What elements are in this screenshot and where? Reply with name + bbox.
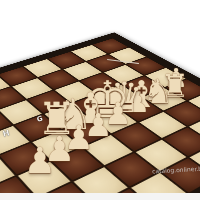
piece-white-p: ♟ xyxy=(24,143,56,179)
chess-set-photo: ♟♟♟♟♟♟♟♟♜♞♝♛♚♝♞♜ H G catalog.onliner.by xyxy=(0,0,200,200)
photo-bottom-edge xyxy=(0,193,200,200)
frame-letter-h: H xyxy=(2,129,10,138)
